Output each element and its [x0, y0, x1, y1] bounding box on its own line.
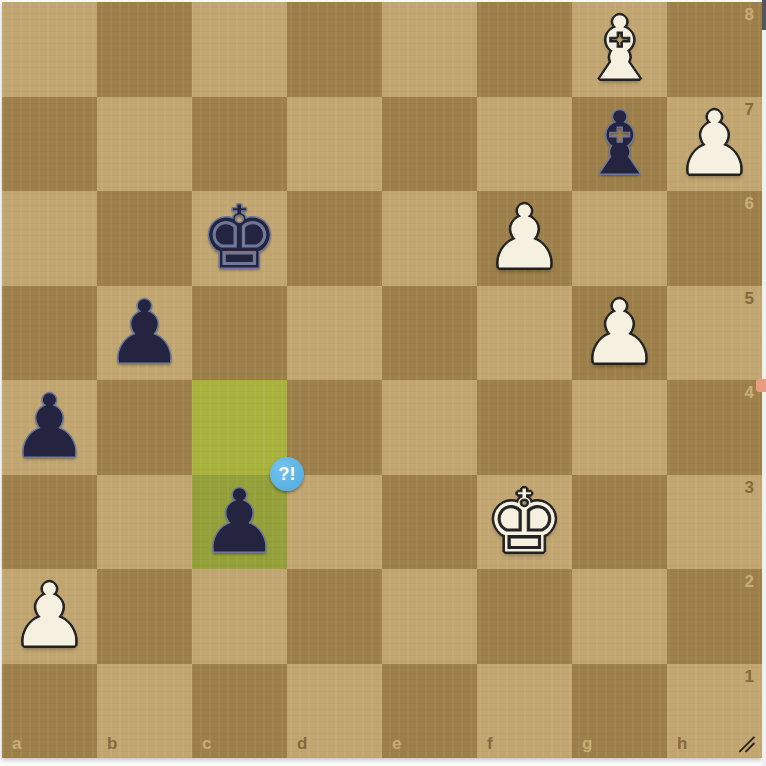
white-pawn[interactable]: ♟	[667, 97, 762, 192]
square-f1[interactable]	[477, 664, 572, 759]
black-pawn[interactable]: ♟	[192, 475, 287, 570]
square-e8[interactable]	[382, 2, 477, 97]
square-c7[interactable]	[192, 97, 287, 192]
square-c4[interactable]	[192, 380, 287, 475]
square-c2[interactable]	[192, 569, 287, 664]
square-d1[interactable]	[287, 664, 382, 759]
square-b2[interactable]	[97, 569, 192, 664]
square-c8[interactable]	[192, 2, 287, 97]
square-b3[interactable]	[97, 475, 192, 570]
square-a7[interactable]	[2, 97, 97, 192]
black-king[interactable]: ♚	[192, 191, 287, 286]
white-pawn[interactable]: ♟	[477, 191, 572, 286]
square-e1[interactable]	[382, 664, 477, 759]
square-a3[interactable]	[2, 475, 97, 570]
square-g1[interactable]	[572, 664, 667, 759]
black-pawn[interactable]: ♟	[97, 286, 192, 381]
square-h2[interactable]	[667, 569, 762, 664]
page: ?! ♝♝♟♚♟♟♟♟♟♚♟abcdefgh12345678	[0, 0, 766, 766]
square-d7[interactable]	[287, 97, 382, 192]
white-pawn[interactable]: ♟	[572, 286, 667, 381]
square-e4[interactable]	[382, 380, 477, 475]
square-h6[interactable]	[667, 191, 762, 286]
square-e2[interactable]	[382, 569, 477, 664]
square-c1[interactable]	[192, 664, 287, 759]
square-h5[interactable]	[667, 286, 762, 381]
square-g3[interactable]	[572, 475, 667, 570]
square-b6[interactable]	[97, 191, 192, 286]
square-b8[interactable]	[97, 2, 192, 97]
scrollbar-thumb[interactable]	[762, 0, 766, 30]
square-a5[interactable]	[2, 286, 97, 381]
square-f7[interactable]	[477, 97, 572, 192]
square-e3[interactable]	[382, 475, 477, 570]
square-c5[interactable]	[192, 286, 287, 381]
square-d2[interactable]	[287, 569, 382, 664]
square-b1[interactable]	[97, 664, 192, 759]
square-g2[interactable]	[572, 569, 667, 664]
square-f5[interactable]	[477, 286, 572, 381]
square-e6[interactable]	[382, 191, 477, 286]
square-d6[interactable]	[287, 191, 382, 286]
square-e7[interactable]	[382, 97, 477, 192]
square-f2[interactable]	[477, 569, 572, 664]
square-g6[interactable]	[572, 191, 667, 286]
square-a8[interactable]	[2, 2, 97, 97]
square-a1[interactable]	[2, 664, 97, 759]
square-h3[interactable]	[667, 475, 762, 570]
square-e5[interactable]	[382, 286, 477, 381]
square-d3[interactable]	[287, 475, 382, 570]
page-edge-fragment	[756, 379, 766, 392]
square-a6[interactable]	[2, 191, 97, 286]
square-b7[interactable]	[97, 97, 192, 192]
white-pawn[interactable]: ♟	[2, 569, 97, 664]
inaccuracy-annotation-badge: ?!	[270, 457, 304, 491]
square-h8[interactable]	[667, 2, 762, 97]
white-king[interactable]: ♚	[477, 475, 572, 570]
square-g4[interactable]	[572, 380, 667, 475]
black-pawn[interactable]: ♟	[2, 380, 97, 475]
white-bishop[interactable]: ♝	[572, 2, 667, 97]
square-d5[interactable]	[287, 286, 382, 381]
square-f8[interactable]	[477, 2, 572, 97]
square-f4[interactable]	[477, 380, 572, 475]
square-h4[interactable]	[667, 380, 762, 475]
board-resize-handle-icon[interactable]	[735, 733, 757, 754]
chess-board: ?! ♝♝♟♚♟♟♟♟♟♚♟abcdefgh12345678	[2, 2, 762, 758]
square-b4[interactable]	[97, 380, 192, 475]
square-d8[interactable]	[287, 2, 382, 97]
square-d4[interactable]	[287, 380, 382, 475]
black-bishop[interactable]: ♝	[572, 97, 667, 192]
